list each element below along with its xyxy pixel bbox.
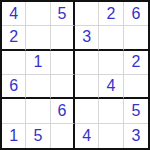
cell-r3c3[interactable] — [51, 51, 75, 75]
cell-r6c3[interactable] — [51, 124, 75, 148]
cell-r6c4: 4 — [75, 124, 99, 148]
cell-r6c6: 3 — [124, 124, 148, 148]
cell-r6c5[interactable] — [99, 124, 123, 148]
cell-r5c6: 5 — [124, 99, 148, 123]
cell-r3c4[interactable] — [75, 51, 99, 75]
given-digit: 4 — [82, 128, 91, 144]
cell-r6c2: 5 — [26, 124, 50, 148]
given-digit: 4 — [107, 78, 116, 94]
cell-r2c3[interactable] — [51, 26, 75, 50]
given-digit: 2 — [9, 29, 18, 45]
cell-r4c4[interactable] — [75, 75, 99, 99]
given-digit: 5 — [57, 6, 66, 22]
cell-r1c2[interactable] — [26, 2, 50, 26]
cell-r3c2: 1 — [26, 51, 50, 75]
cell-r1c5: 2 — [99, 2, 123, 26]
given-digit: 2 — [107, 6, 116, 22]
given-digit: 5 — [34, 128, 43, 144]
given-digit: 1 — [34, 54, 43, 70]
cell-r6c1: 1 — [2, 124, 26, 148]
cell-r3c6: 2 — [124, 51, 148, 75]
given-digit: 6 — [131, 6, 140, 22]
cell-r1c6: 6 — [124, 2, 148, 26]
cell-r2c1: 2 — [2, 26, 26, 50]
cell-r3c5[interactable] — [99, 51, 123, 75]
given-digit: 5 — [131, 103, 140, 119]
cell-r5c4[interactable] — [75, 99, 99, 123]
given-digit: 2 — [131, 54, 140, 70]
cell-r5c2[interactable] — [26, 99, 50, 123]
cell-r4c5: 4 — [99, 75, 123, 99]
cell-r1c4[interactable] — [75, 2, 99, 26]
cell-r4c6[interactable] — [124, 75, 148, 99]
cell-r4c1: 6 — [2, 75, 26, 99]
cell-r5c1[interactable] — [2, 99, 26, 123]
given-digit: 1 — [9, 128, 18, 144]
cell-r5c5[interactable] — [99, 99, 123, 123]
cell-r2c4: 3 — [75, 26, 99, 50]
cell-r2c6[interactable] — [124, 26, 148, 50]
cell-r4c3[interactable] — [51, 75, 75, 99]
given-digit: 3 — [131, 128, 140, 144]
cell-r4c2[interactable] — [26, 75, 50, 99]
cell-r2c5[interactable] — [99, 26, 123, 50]
given-digit: 4 — [9, 6, 18, 22]
cell-r1c3: 5 — [51, 2, 75, 26]
given-digit: 6 — [9, 78, 18, 94]
given-digit: 3 — [82, 29, 91, 45]
cell-r5c3: 6 — [51, 99, 75, 123]
sudoku-board: 4526231264651543 — [0, 0, 150, 150]
cell-r3c1[interactable] — [2, 51, 26, 75]
cell-r1c1: 4 — [2, 2, 26, 26]
given-digit: 6 — [57, 103, 66, 119]
cell-r2c2[interactable] — [26, 26, 50, 50]
